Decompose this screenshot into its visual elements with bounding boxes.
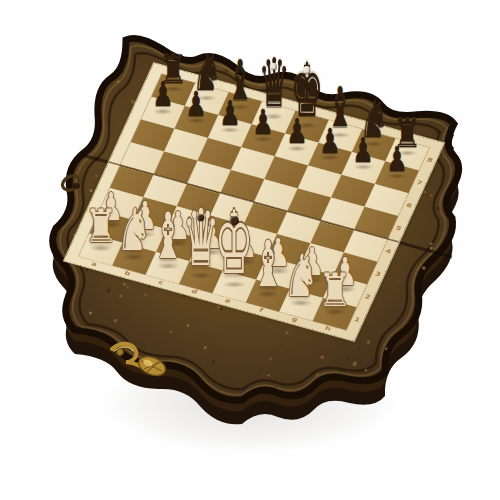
file-label-h: h [322, 324, 335, 333]
carving-speckle [286, 331, 289, 334]
carving-speckle [225, 70, 228, 73]
carving-speckle [117, 80, 119, 82]
carving-speckle [269, 358, 271, 360]
carving-speckle [430, 242, 433, 245]
rank-label-5: 5 [392, 224, 405, 233]
carving-speckle [430, 194, 433, 197]
carving-speckle [436, 130, 440, 134]
file-label-d: d [188, 287, 201, 296]
carving-speckle [187, 324, 189, 326]
carving-speckle [367, 341, 370, 344]
carving-speckle [107, 289, 111, 293]
carving-speckle [95, 175, 97, 177]
file-label-e: e [221, 296, 234, 305]
carving-speckle [321, 356, 325, 360]
carving-speckle [89, 312, 92, 315]
rank-label-2: 2 [361, 292, 374, 301]
carving-speckle [259, 372, 261, 374]
carving-speckle [365, 369, 367, 371]
rank-label-1: 1 [351, 315, 364, 324]
carving-speckle [353, 362, 357, 366]
carving-speckle [86, 268, 89, 271]
carving-speckle [148, 286, 150, 288]
carving-speckle [273, 387, 275, 389]
carving-speckle [347, 357, 349, 359]
rank-label-4: 4 [382, 247, 395, 256]
rank-label-3: 3 [372, 269, 385, 278]
carving-speckle [120, 294, 123, 297]
carving-speckle [220, 308, 222, 310]
carving-speckle [212, 360, 215, 363]
file-label-c: c [155, 278, 168, 287]
carving-speckle [144, 294, 146, 296]
file-label-f: f [255, 306, 268, 315]
carving-speckle [422, 266, 426, 270]
carving-speckle [446, 133, 448, 135]
carving-speckle [82, 326, 84, 328]
carving-speckle [204, 346, 207, 349]
carving-speckle [268, 374, 270, 376]
carving-speckle [397, 280, 399, 282]
carving-speckle [430, 247, 433, 250]
rank-label-8: 8 [424, 155, 437, 164]
carving-speckle [280, 345, 282, 347]
chess-set-photo: 87654321 abcdefgh ♜♞♝♛♚♝♞♜♟♟♟♟♟♟♟♟♟♟♟♟♟♟… [0, 0, 500, 500]
file-label-g: g [288, 315, 301, 324]
carving-speckle [385, 348, 388, 351]
carving-speckle [217, 306, 220, 309]
carving-speckle [170, 331, 172, 333]
carving-speckle [139, 343, 141, 345]
carving-speckle [90, 189, 93, 192]
carving-speckle [424, 191, 427, 194]
file-label-b: b [121, 269, 134, 278]
carving-speckle [358, 347, 360, 349]
carving-speckle [123, 283, 126, 286]
carving-speckle [114, 319, 118, 323]
carving-speckle [127, 286, 129, 288]
rank-label-7: 7 [413, 178, 426, 187]
rank-label-6: 6 [403, 201, 416, 210]
file-label-a: a [88, 260, 101, 269]
carving-speckle [316, 373, 319, 376]
carving-speckle [262, 370, 264, 372]
carving-speckle [436, 207, 440, 211]
carving-speckle [268, 82, 272, 86]
